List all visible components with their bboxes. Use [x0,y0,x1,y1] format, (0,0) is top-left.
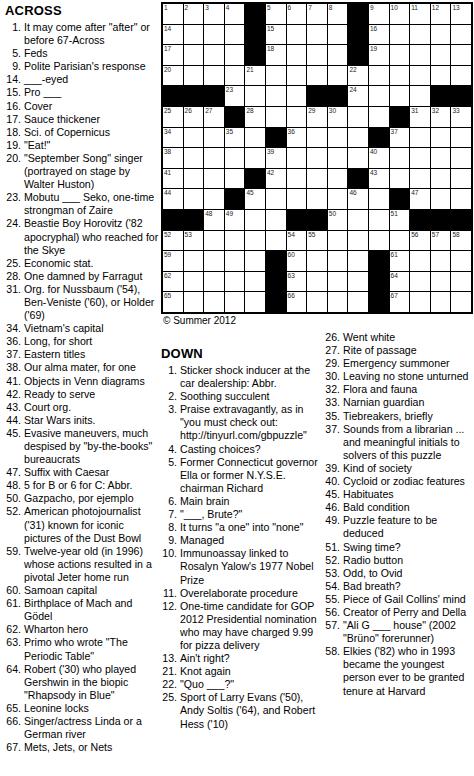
clue-number: 65. [5,702,21,715]
grid-cell[interactable] [225,292,245,312]
grid-cell[interactable]: 58 [451,231,471,251]
grid-cell-black [348,169,368,189]
grid-cell[interactable] [410,292,430,312]
grid-cell[interactable] [328,45,348,65]
cell-number: 55 [308,231,315,238]
grid-cell[interactable]: 64 [390,272,410,292]
grid-cell[interactable]: 12 [431,4,451,24]
grid-cell[interactable] [431,66,451,86]
grid-cell[interactable] [287,169,307,189]
grid-cell[interactable] [184,251,204,271]
grid-cell[interactable] [245,86,265,106]
grid-cell[interactable] [348,128,368,148]
clue-number: 22. [161,678,177,691]
grid-cell[interactable] [245,292,265,312]
grid-cell[interactable]: 48 [204,210,224,230]
grid-cell[interactable]: 31 [410,107,430,127]
grid-cell[interactable] [431,169,451,189]
crossword-page: ACROSS 1.It may come after "after" or be… [0,0,474,776]
grid-cell[interactable] [431,148,451,168]
grid-cell[interactable]: 19 [369,45,389,65]
grid-cell[interactable] [410,251,430,271]
grid-cell[interactable] [431,272,451,292]
grid-cell-black [163,210,183,230]
grid-cell[interactable] [451,272,471,292]
clue-number: 19. [5,139,21,152]
grid-cell[interactable] [431,189,451,209]
clue-number: 45. [5,427,21,466]
grid-cell[interactable] [348,231,368,251]
grid-cell[interactable] [451,189,471,209]
grid-cell[interactable] [307,25,327,45]
cell-number: 43 [370,169,377,176]
grid-cell[interactable] [204,292,224,312]
clue-number: 59. [5,545,21,584]
clue-item: 32.Flora and fauna [324,383,473,396]
grid-cell[interactable] [431,251,451,271]
grid-cell[interactable] [204,45,224,65]
grid-cell[interactable]: 49 [225,210,245,230]
grid-cell[interactable]: 30 [328,107,348,127]
grid-cell[interactable]: 54 [287,231,307,251]
grid-cell[interactable] [390,169,410,189]
grid-cell[interactable]: 38 [163,148,183,168]
grid-cell[interactable]: 52 [163,231,183,251]
grid-cell[interactable] [266,231,286,251]
grid-cell[interactable]: 28 [245,107,265,127]
grid-cell-black [390,107,410,127]
grid-cell[interactable] [410,128,430,148]
clue-text: One-time candidate for GOP 2012 Presiden… [180,600,320,652]
cell-number: 47 [411,189,418,196]
clue-text: Our alma mater, for one [24,361,161,374]
grid-cell[interactable]: 57 [431,231,451,251]
clue-item: 1.Sticker shock inducer at the car deale… [161,364,320,390]
grid-cell-black [410,210,430,230]
grid-cell-black [245,4,265,24]
grid-cell[interactable] [451,128,471,148]
clue-number: 25. [161,691,177,730]
grid-cell[interactable] [451,169,471,189]
down-header: DOWN [161,346,320,361]
grid-cell[interactable] [204,272,224,292]
clue-item: 37.Sounds from a librarian ... and meani… [324,423,473,462]
grid-cell[interactable] [184,169,204,189]
grid-cell[interactable] [266,210,286,230]
grid-cell[interactable]: 65 [163,292,183,312]
grid-cell[interactable]: 2 [184,4,204,24]
grid-cell[interactable] [390,231,410,251]
clue-number: 41. [5,375,21,388]
clue-number: 21. [161,665,177,678]
grid-cell[interactable] [184,25,204,45]
clue-number: 12. [161,600,177,652]
grid-cell[interactable] [328,25,348,45]
grid-cell[interactable] [287,86,307,106]
grid-cell[interactable] [328,251,348,271]
grid-cell[interactable]: 37 [390,128,410,148]
grid-cell[interactable] [287,25,307,45]
grid-cell[interactable] [184,45,204,65]
cell-number: 4 [226,4,230,11]
grid-cell[interactable]: 20 [163,66,183,86]
grid-cell[interactable] [204,66,224,86]
grid-cell[interactable] [184,66,204,86]
cell-number: 58 [452,231,459,238]
clue-item: 15.Pro ___ [5,86,161,99]
clue-number: 42. [5,388,21,401]
grid-cell[interactable]: 43 [369,169,389,189]
grid-cell[interactable]: 17 [163,45,183,65]
clue-item: 52.American photojournalist ('31) known … [5,505,161,544]
grid-cell[interactable] [266,66,286,86]
grid-cell[interactable] [369,210,389,230]
grid-cell[interactable]: 67 [390,292,410,312]
grid-cell[interactable]: 50 [328,210,348,230]
grid-cell[interactable]: 39 [266,148,286,168]
grid-cell[interactable] [307,292,327,312]
grid-cell[interactable] [225,251,245,271]
grid-cell[interactable] [225,66,245,86]
grid-cell[interactable]: 27 [204,107,224,127]
grid-cell[interactable]: 7 [307,4,327,24]
grid-cell[interactable] [266,86,286,106]
grid-cell[interactable] [369,86,389,106]
grid-cell[interactable] [307,148,327,168]
grid-cell[interactable]: 51 [390,210,410,230]
clue-number: 32. [324,383,340,396]
grid-cell[interactable]: 59 [163,251,183,271]
grid-cell[interactable] [431,25,451,45]
clue-item: 54.Bad breath? [324,580,473,593]
grid-cell[interactable] [328,292,348,312]
clue-item: 67.Mets, Jets, or Nets [5,741,161,754]
clue-text: Narnian guardian [343,396,473,409]
grid-cell[interactable] [307,251,327,271]
clue-text: Soothing succulent [180,390,320,403]
grid-cell[interactable]: 35 [225,128,245,148]
grid-cell[interactable]: 5 [266,4,286,24]
grid-cell[interactable]: 63 [287,272,307,292]
grid-cell[interactable] [287,45,307,65]
grid-cell[interactable]: 55 [307,231,327,251]
grid-cell[interactable]: 40 [369,148,389,168]
grid-cell[interactable] [225,25,245,45]
grid-cell[interactable] [369,231,389,251]
grid-cell[interactable]: 15 [266,25,286,45]
grid-cell[interactable] [328,169,348,189]
grid-cell[interactable] [431,45,451,65]
grid-cell[interactable] [225,231,245,251]
clue-text: Bad breath? [343,580,473,593]
grid-cell[interactable]: 22 [348,66,368,86]
grid-cell[interactable] [204,148,224,168]
cell-number: 37 [391,128,398,135]
clue-item: 51.Swing time? [324,541,473,554]
grid-cell[interactable] [184,128,204,148]
clue-text: Sauce thickener [24,113,161,126]
grid-cell-black [287,210,307,230]
cell-number: 30 [329,107,336,114]
clue-item: 45.Evasive maneuvers, much despised by "… [5,427,161,466]
grid-cell[interactable] [287,148,307,168]
grid-cell[interactable]: 53 [184,231,204,251]
clue-number: 5. [161,456,177,495]
grid-cell[interactable] [204,189,224,209]
grid-cell[interactable] [204,128,224,148]
grid-cell[interactable] [245,272,265,292]
clue-number: 58. [324,645,340,697]
clue-item: 10.Immunoassay linked to Rosalyn Yalow's… [161,547,320,586]
grid-cell[interactable] [348,292,368,312]
grid-cell[interactable] [348,107,368,127]
grid-cell[interactable] [287,189,307,209]
clue-text: Wharton hero [24,623,161,636]
grid-cell-black [184,210,204,230]
grid-cell[interactable]: 14 [163,25,183,45]
grid-cell[interactable] [266,189,286,209]
grid-cell[interactable] [245,231,265,251]
clue-text: Beastie Boy Horovitz ('82 apocryphal) wh… [24,217,161,256]
cell-number: 13 [452,4,459,11]
clue-item: 41.Objects in Venn diagrams [5,375,161,388]
cell-number: 39 [267,148,274,155]
grid-cell[interactable] [184,292,204,312]
grid-cell[interactable] [307,169,327,189]
clue-item: 58.Elkies ('82) who in 1993 became the y… [324,645,473,697]
grid-cell[interactable] [287,107,307,127]
clue-item: 24.Beastie Boy Horovitz ('82 apocryphal)… [5,217,161,256]
grid-cell[interactable] [390,148,410,168]
grid-cell[interactable] [431,128,451,148]
grid-cell[interactable]: 62 [163,272,183,292]
clue-item: 12.One-time candidate for GOP 2012 Presi… [161,600,320,652]
grid-cell[interactable] [451,148,471,168]
grid-cell[interactable] [225,169,245,189]
grid-cell[interactable] [287,66,307,86]
grid-cell[interactable] [266,107,286,127]
cell-number: 31 [411,107,418,114]
grid-cell[interactable]: 46 [348,189,368,209]
grid-cell[interactable] [390,86,410,106]
grid-cell[interactable] [410,169,430,189]
grid-cell[interactable] [225,45,245,65]
grid-cell[interactable] [431,292,451,312]
grid-cell[interactable]: 10 [390,4,410,24]
grid-cell[interactable] [410,66,430,86]
cell-number: 28 [246,107,253,114]
grid-cell[interactable]: 9 [369,4,389,24]
clue-number: 1. [161,364,177,390]
cell-number: 60 [288,251,295,258]
clue-number: 2. [161,390,177,403]
grid-cell-black [348,25,368,45]
grid-cell[interactable] [245,148,265,168]
clue-text: Radio button [343,554,473,567]
grid-cell[interactable]: 3 [204,4,224,24]
grid-cell[interactable] [204,251,224,271]
grid-cell[interactable] [410,25,430,45]
grid-cell-black [369,292,389,312]
grid-cell[interactable] [451,66,471,86]
grid-cell[interactable]: 61 [390,251,410,271]
grid-cell-black [348,45,368,65]
cell-number: 1 [164,4,168,11]
clue-text: Pro ___ [24,86,161,99]
grid-cell[interactable] [245,210,265,230]
grid-cell[interactable]: 24 [348,86,368,106]
grid-cell[interactable] [451,292,471,312]
grid-cell[interactable] [451,251,471,271]
grid-cell[interactable]: 23 [225,86,245,106]
clue-number: 15. [5,86,21,99]
grid-cell[interactable]: 47 [410,189,430,209]
clue-text: Samoan capital [24,584,161,597]
grid-cell[interactable] [204,231,224,251]
clue-item: 46.Bald condition [324,501,473,514]
grid-cell[interactable] [328,272,348,292]
grid-cell-black [307,210,327,230]
grid-cell[interactable] [410,148,430,168]
cell-number: 54 [288,231,295,238]
clue-text: "September Song" singer (portrayed on st… [24,152,161,191]
grid-cell[interactable]: 41 [163,169,183,189]
grid-cell[interactable]: 21 [245,66,265,86]
grid-cell[interactable] [307,128,327,148]
clue-text: Sport of Larry Evans ('50), Andy Soltis … [180,691,320,730]
cell-number: 65 [164,292,171,299]
clue-item: 7."___, Brute?" [161,508,320,521]
grid-cell[interactable]: 11 [410,4,430,24]
cell-number: 14 [164,25,171,32]
clue-number: 30. [324,370,340,383]
clue-number: 10. [161,547,177,586]
grid-cell-black [225,107,245,127]
grid-cell[interactable]: 26 [184,107,204,127]
grid-cell[interactable]: 45 [245,189,265,209]
clue-item: 18.Sci. of Copernicus [5,126,161,139]
grid-cell[interactable]: 44 [163,189,183,209]
grid-cell[interactable] [307,189,327,209]
grid-cell-black [451,210,471,230]
grid-cell[interactable] [348,210,368,230]
grid-cell[interactable] [307,272,327,292]
grid-cell[interactable]: 8 [328,4,348,24]
clue-item: 13.Ain't right? [161,652,320,665]
crossword-grid: 1234567891011121314151617181920212223242… [161,2,473,314]
clue-text: Primo who wrote "The Periodic Table" [24,636,161,662]
clue-number: 60. [5,584,21,597]
grid-cell[interactable] [390,45,410,65]
grid-cell[interactable] [328,189,348,209]
grid-cell[interactable] [328,231,348,251]
grid-cell[interactable] [225,272,245,292]
grid-cell[interactable] [348,251,368,271]
grid-cell[interactable]: 13 [451,4,471,24]
grid-cell[interactable] [184,189,204,209]
grid-cell[interactable] [369,189,389,209]
grid-cell[interactable] [451,45,471,65]
grid-cell[interactable] [390,25,410,45]
grid-cell[interactable] [410,45,430,65]
grid-cell[interactable]: 60 [287,251,307,271]
cell-number: 8 [329,4,333,11]
grid-cell[interactable] [184,272,204,292]
cell-number: 15 [267,25,274,32]
grid-cell-black [369,272,389,292]
clue-item: 6.Main brain [161,495,320,508]
grid-cell-black [266,292,286,312]
clue-item: 23.Mobutu ___ Seko, one-time strongman o… [5,191,161,217]
grid-cell[interactable]: 34 [163,128,183,148]
grid-cell[interactable] [328,66,348,86]
grid-cell[interactable]: 18 [266,45,286,65]
clue-item: 22."Quo ___?" [161,678,320,691]
clue-text: Robert ('30) who played Gershwin in the … [24,663,161,702]
grid-cell[interactable] [369,66,389,86]
grid-cell[interactable] [204,25,224,45]
grid-cell[interactable] [410,86,430,106]
grid-cell[interactable] [328,128,348,148]
grid-cell[interactable]: 25 [163,107,183,127]
grid-cell[interactable]: 42 [266,169,286,189]
grid-cell[interactable] [410,272,430,292]
grid-cell[interactable] [451,25,471,45]
clue-text: Cover [24,100,161,113]
grid-cell[interactable]: 16 [369,25,389,45]
grid-cell[interactable] [307,66,327,86]
grid-cell[interactable]: 32 [431,107,451,127]
clue-item: 19."Eat!" [5,139,161,152]
clue-item: 61.Birthplace of Mach and Gödel [5,597,161,623]
grid-cell[interactable] [184,148,204,168]
grid-cell[interactable] [348,272,368,292]
clue-text: Birthplace of Mach and Gödel [24,597,161,623]
grid-cell[interactable]: 4 [225,4,245,24]
grid-cell[interactable] [204,169,224,189]
grid-cell[interactable]: 56 [410,231,430,251]
cell-number: 50 [329,210,336,217]
grid-cell[interactable] [307,45,327,65]
clue-number: 52. [324,554,340,567]
clue-number: 55. [324,593,340,606]
grid-cell[interactable] [225,148,245,168]
grid-cell[interactable]: 1 [163,4,183,24]
grid-cell[interactable]: 33 [451,107,471,127]
cell-number: 23 [226,86,233,93]
grid-cell[interactable] [245,128,265,148]
grid-cell[interactable] [369,107,389,127]
grid-cell[interactable] [348,148,368,168]
grid-cell[interactable]: 36 [287,128,307,148]
clue-text: Habituates [343,488,473,501]
grid-cell[interactable]: 66 [287,292,307,312]
grid-cell[interactable] [245,251,265,271]
clue-text: Main brain [180,495,320,508]
clue-item: 60.Samoan capital [5,584,161,597]
cell-number: 52 [164,231,171,238]
grid-cell[interactable] [328,148,348,168]
grid-cell[interactable]: 6 [287,4,307,24]
cell-number: 59 [164,251,171,258]
clue-text: Star Wars inits. [24,414,161,427]
grid-cell[interactable]: 29 [307,107,327,127]
cell-number: 27 [205,107,212,114]
grid-cell[interactable] [390,66,410,86]
clue-item: 34.Vietnam's capital [5,322,161,335]
clue-item: 48.5 for B or 6 for C: Abbr. [5,479,161,492]
grid-cell-black [163,86,183,106]
